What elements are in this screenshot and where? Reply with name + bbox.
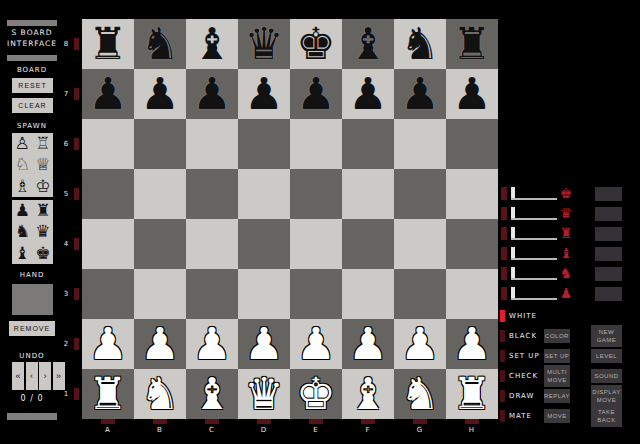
square-g7[interactable]: ♟	[394, 69, 446, 119]
piece-black-pawn: ♟	[140, 69, 179, 119]
spawn-white-pawn[interactable]: ♙	[12, 133, 33, 154]
square-h1[interactable]: ♜	[446, 369, 498, 419]
piece-black-knight: ♞	[140, 19, 179, 69]
piece-black-rook: ♜	[88, 19, 127, 69]
rank-marker-7	[74, 88, 79, 100]
piece-white-rook: ♜	[88, 369, 127, 419]
file-marker-C	[205, 419, 219, 424]
spawn-white-rook[interactable]: ♖	[33, 133, 54, 154]
square-c4[interactable]	[186, 219, 238, 269]
square-d3[interactable]	[238, 269, 290, 319]
piece-black-knight: ♞	[400, 19, 439, 69]
pawn-icon: ♟	[557, 286, 575, 301]
piece-black-pawn: ♟	[244, 69, 283, 119]
piece-slider-row-pawn: ♟	[500, 287, 630, 302]
square-b8[interactable]: ♞	[134, 19, 186, 69]
status-label-set-up: SET UP	[509, 352, 544, 360]
bishop-icon: ♝	[557, 246, 575, 261]
square-h2[interactable]: ♟	[446, 319, 498, 369]
file-marker-A	[101, 419, 115, 424]
rank-marker-2	[74, 338, 79, 350]
square-a4[interactable]	[82, 219, 134, 269]
square-g2[interactable]: ♟	[394, 319, 446, 369]
piece-white-rook: ♜	[452, 369, 491, 419]
rook-icon: ♜	[557, 226, 575, 241]
reset-button[interactable]: RESET	[12, 78, 53, 93]
piece-white-pawn: ♟	[88, 319, 127, 369]
piece-black-pawn: ♟	[296, 69, 335, 119]
piece-slider-row-rook: ♜	[500, 227, 630, 242]
status-row-white: WHITE	[500, 306, 640, 326]
square-f2[interactable]: ♟	[342, 319, 394, 369]
square-c3[interactable]	[186, 269, 238, 319]
slider-value-box-rook	[595, 227, 622, 241]
remove-button[interactable]: REMOVE	[9, 321, 55, 336]
square-g6[interactable]	[394, 119, 446, 169]
square-b5[interactable]	[134, 169, 186, 219]
status-label-draw: DRAW	[509, 392, 544, 400]
piece-white-pawn: ♟	[296, 319, 335, 369]
square-g8[interactable]: ♞	[394, 19, 446, 69]
piece-black-queen: ♛	[244, 19, 283, 69]
hand-slot[interactable]	[12, 284, 53, 315]
rank-marker-4	[74, 238, 79, 250]
piece-black-pawn: ♟	[452, 69, 491, 119]
new-game-button[interactable]: NEW GAME	[591, 325, 622, 347]
square-c5[interactable]	[186, 169, 238, 219]
square-e2[interactable]: ♟	[290, 319, 342, 369]
file-label-H: H	[446, 426, 498, 434]
square-b1[interactable]: ♞	[134, 369, 186, 419]
piece-slider-row-knight: ♞	[500, 267, 630, 282]
square-f3[interactable]	[342, 269, 394, 319]
status-row-check: CHECKMULTI MOVESOUND	[500, 366, 640, 386]
square-c2[interactable]: ♟	[186, 319, 238, 369]
move-button[interactable]: MOVE	[544, 409, 570, 423]
replay-button[interactable]: REPLAY	[544, 389, 570, 403]
sidebar-divider-2	[7, 55, 57, 61]
rank-marker-3	[74, 288, 79, 300]
rank-marker-8	[74, 38, 79, 50]
file-marker-H	[465, 419, 479, 424]
piece-white-bishop: ♝	[348, 369, 387, 419]
square-g5[interactable]	[394, 169, 446, 219]
square-e6[interactable]	[290, 119, 342, 169]
square-g3[interactable]	[394, 269, 446, 319]
piece-black-bishop: ♝	[348, 19, 387, 69]
slider-cap-rook	[501, 227, 507, 240]
app-title-line1: S BOARD	[0, 27, 64, 38]
file-label-A: A	[82, 426, 134, 434]
square-a6[interactable]	[82, 119, 134, 169]
status-row-mate: MATEMOVETAKE BACK	[500, 406, 640, 426]
take-back-button[interactable]: TAKE BACK	[591, 405, 622, 427]
square-c8[interactable]: ♝	[186, 19, 238, 69]
chess-board-interface: S BOARD INTERFACE BOARD RESET CLEAR SPAW…	[0, 0, 640, 444]
spawn-section-label: SPAWN	[0, 122, 64, 130]
status-row-draw: DRAWREPLAYDISPLAY MOVE	[500, 386, 640, 406]
multi-move-button[interactable]: MULTI MOVE	[544, 365, 570, 387]
square-c7[interactable]: ♟	[186, 69, 238, 119]
square-b4[interactable]	[134, 219, 186, 269]
rank-marker-5	[74, 188, 79, 200]
square-b2[interactable]: ♟	[134, 319, 186, 369]
rank-label-7: 7	[60, 90, 72, 98]
rank-label-6: 6	[60, 140, 72, 148]
piece-slider-row-bishop: ♝	[500, 247, 630, 262]
status-label-mate: MATE	[509, 412, 544, 420]
sound-button[interactable]: SOUND	[591, 369, 622, 383]
undo-back-button[interactable]: ‹	[26, 362, 38, 390]
piece-black-pawn: ♟	[400, 69, 439, 119]
square-d5[interactable]	[238, 169, 290, 219]
file-label-B: B	[134, 426, 186, 434]
piece-black-bishop: ♝	[192, 19, 231, 69]
square-a8[interactable]: ♜	[82, 19, 134, 69]
knight-icon: ♞	[557, 266, 575, 281]
status-label-black: BLACK	[509, 332, 544, 340]
square-a1[interactable]: ♜	[82, 369, 134, 419]
file-label-D: D	[238, 426, 290, 434]
sidebar-top-divider	[7, 20, 57, 26]
square-f6[interactable]	[342, 119, 394, 169]
piece-white-knight: ♞	[400, 369, 439, 419]
rank-label-8: 8	[60, 40, 72, 48]
square-a7[interactable]: ♟	[82, 69, 134, 119]
square-e1[interactable]: ♚	[290, 369, 342, 419]
set-up-button[interactable]: SET UP	[544, 349, 570, 363]
piece-black-rook: ♜	[452, 19, 491, 69]
square-h4[interactable]	[446, 219, 498, 269]
square-b6[interactable]	[134, 119, 186, 169]
slider-track-rook	[511, 238, 557, 240]
piece-white-pawn: ♟	[140, 319, 179, 369]
status-row-black: BLACKCOLORNEW GAME	[500, 326, 640, 346]
slider-cap-pawn	[501, 287, 507, 300]
square-d6[interactable]	[238, 119, 290, 169]
rank-label-3: 3	[60, 290, 72, 298]
undo-counter: 0 / 0	[0, 394, 64, 403]
piece-white-pawn: ♟	[400, 319, 439, 369]
undo-forward-button[interactable]: ›	[39, 362, 51, 390]
file-label-F: F	[342, 426, 394, 434]
app-title: S BOARD INTERFACE	[0, 27, 64, 49]
slider-cap-king	[501, 187, 507, 200]
slider-value-box-knight	[595, 267, 622, 281]
square-d4[interactable]	[238, 219, 290, 269]
king-icon: ♚	[557, 186, 575, 201]
slider-value-box-pawn	[595, 287, 622, 301]
piece-black-pawn: ♟	[192, 69, 231, 119]
square-c6[interactable]	[186, 119, 238, 169]
square-d8[interactable]: ♛	[238, 19, 290, 69]
slider-cap-queen	[501, 207, 507, 220]
rank-label-5: 5	[60, 190, 72, 198]
piece-white-bishop: ♝	[192, 369, 231, 419]
square-e8[interactable]: ♚	[290, 19, 342, 69]
spawn-white-bishop[interactable]: ♗	[12, 176, 33, 197]
rank-marker-1	[74, 388, 79, 400]
undo-controls: «‹›»	[12, 362, 65, 390]
piece-white-pawn: ♟	[192, 319, 231, 369]
color-button[interactable]: COLOR	[544, 329, 570, 343]
square-a2[interactable]: ♟	[82, 319, 134, 369]
undo-fast-forward-button[interactable]: »	[53, 362, 65, 390]
queen-icon: ♛	[557, 206, 575, 221]
rank-label-4: 4	[60, 240, 72, 248]
rank-marker-6	[74, 138, 79, 150]
square-c1[interactable]: ♝	[186, 369, 238, 419]
piece-white-pawn: ♟	[452, 319, 491, 369]
file-label-C: C	[186, 426, 238, 434]
slider-track-bishop	[511, 258, 557, 260]
piece-black-pawn: ♟	[88, 69, 127, 119]
spawn-white-king[interactable]: ♔	[33, 176, 54, 197]
square-a5[interactable]	[82, 169, 134, 219]
app-title-line2: INTERFACE	[0, 38, 64, 49]
slider-cap-knight	[501, 267, 507, 280]
square-h7[interactable]: ♟	[446, 69, 498, 119]
slider-track-knight	[511, 278, 557, 280]
square-f4[interactable]	[342, 219, 394, 269]
spawn-white-queen[interactable]: ♕	[33, 154, 54, 175]
piece-black-king: ♚	[296, 19, 335, 69]
piece-white-pawn: ♟	[348, 319, 387, 369]
clear-button[interactable]: CLEAR	[12, 98, 53, 113]
led-mate	[500, 410, 505, 422]
level-button[interactable]: LEVEL	[591, 349, 622, 363]
display-move-button[interactable]: DISPLAY MOVE	[591, 385, 622, 407]
led-black	[500, 330, 505, 342]
square-d1[interactable]: ♛	[238, 369, 290, 419]
square-g4[interactable]	[394, 219, 446, 269]
square-e3[interactable]	[290, 269, 342, 319]
piece-white-knight: ♞	[140, 369, 179, 419]
led-set-up	[500, 350, 505, 362]
sidebar-bottom-divider	[7, 413, 57, 420]
square-e7[interactable]: ♟	[290, 69, 342, 119]
slider-value-box-bishop	[595, 247, 622, 261]
spawn-black-king[interactable]: ♚	[33, 243, 54, 264]
piece-white-king: ♚	[296, 369, 335, 419]
square-g1[interactable]: ♞	[394, 369, 446, 419]
square-d7[interactable]: ♟	[238, 69, 290, 119]
file-marker-B	[153, 419, 167, 424]
slider-track-queen	[511, 218, 557, 220]
led-check	[500, 370, 505, 382]
hand-section-label: HAND	[0, 271, 64, 279]
square-h6[interactable]	[446, 119, 498, 169]
piece-slider-row-king: ♚	[500, 187, 630, 202]
spawn-black-bishop[interactable]: ♝	[12, 243, 33, 264]
rank-label-2: 2	[60, 340, 72, 348]
rank-label-1: 1	[60, 390, 72, 398]
square-h5[interactable]	[446, 169, 498, 219]
status-label-check: CHECK	[509, 372, 544, 380]
spawn-black-knight[interactable]: ♞	[12, 221, 33, 242]
file-marker-E	[309, 419, 323, 424]
piece-white-queen: ♛	[244, 369, 283, 419]
file-marker-D	[257, 419, 271, 424]
slider-track-king	[511, 198, 557, 200]
square-e4[interactable]	[290, 219, 342, 269]
piece-slider-row-queen: ♛	[500, 207, 630, 222]
slider-value-box-queen	[595, 207, 622, 221]
file-label-G: G	[394, 426, 446, 434]
file-marker-F	[361, 419, 375, 424]
slider-cap-bishop	[501, 247, 507, 260]
board-section-label: BOARD	[0, 66, 64, 74]
slider-track-pawn	[511, 298, 557, 300]
slider-value-box-king	[595, 187, 622, 201]
square-b7[interactable]: ♟	[134, 69, 186, 119]
spawn-palette-black: ♟♜♞♛♝♚	[12, 200, 53, 264]
spawn-palette-white: ♙♖♘♕♗♔	[12, 133, 53, 197]
square-f8[interactable]: ♝	[342, 19, 394, 69]
spawn-black-pawn[interactable]: ♟	[12, 200, 33, 221]
file-label-E: E	[290, 426, 342, 434]
undo-section-label: UNDO	[0, 352, 64, 360]
square-d2[interactable]: ♟	[238, 319, 290, 369]
piece-white-pawn: ♟	[244, 319, 283, 369]
square-a3[interactable]	[82, 269, 134, 319]
board: ♜♞♝♛♚♝♞♜♟♟♟♟♟♟♟♟♟♟♟♟♟♟♟♟♜♞♝♛♚♝♞♜	[82, 19, 498, 419]
spawn-white-knight[interactable]: ♘	[12, 154, 33, 175]
square-h8[interactable]: ♜	[446, 19, 498, 69]
square-f5[interactable]	[342, 169, 394, 219]
led-white	[500, 310, 505, 322]
file-marker-G	[413, 419, 427, 424]
undo-rewind-button[interactable]: «	[12, 362, 24, 390]
led-draw	[500, 390, 505, 402]
piece-black-pawn: ♟	[348, 69, 387, 119]
square-f1[interactable]: ♝	[342, 369, 394, 419]
spawn-black-rook[interactable]: ♜	[33, 200, 54, 221]
square-e5[interactable]	[290, 169, 342, 219]
square-f7[interactable]: ♟	[342, 69, 394, 119]
status-row-set-up: SET UPSET UPLEVEL	[500, 346, 640, 366]
spawn-black-queen[interactable]: ♛	[33, 221, 54, 242]
square-h3[interactable]	[446, 269, 498, 319]
square-b3[interactable]	[134, 269, 186, 319]
status-label-white: WHITE	[509, 312, 544, 320]
